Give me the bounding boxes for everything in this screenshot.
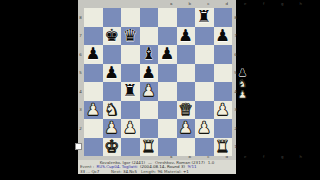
- white-pawn: ♟: [197, 119, 212, 138]
- file-label-c: c: [199, 1, 218, 7]
- square-c7: ♛: [121, 27, 140, 46]
- square-c4: ♜: [121, 82, 140, 101]
- square-h3: ♟: [214, 101, 233, 120]
- white-pawn: ♟: [104, 119, 119, 138]
- rank-label-2: 2: [78, 119, 83, 138]
- rank-label-2: 2: [233, 119, 238, 138]
- square-b8: [103, 8, 122, 27]
- square-f4: [177, 82, 196, 101]
- white-to-move-indicator: [75, 143, 82, 150]
- square-h8: [214, 8, 233, 27]
- square-c1: [121, 138, 140, 157]
- black-rook: ♜: [197, 8, 212, 27]
- square-a1: [84, 138, 103, 157]
- square-a5: [84, 64, 103, 83]
- square-c6: [121, 45, 140, 64]
- material-group: Material: +1: [164, 169, 189, 174]
- square-a4: [84, 82, 103, 101]
- square-f5: [177, 64, 196, 83]
- rank-label-6: 6: [233, 45, 238, 64]
- square-a6: ♟: [84, 45, 103, 64]
- square-e1: [158, 138, 177, 157]
- black-pawn: ♟: [215, 27, 230, 46]
- length-group: Length: 96: [141, 169, 164, 174]
- file-label-g: g: [273, 1, 292, 7]
- game-info-footer: Kovalenko, Igor (2441) — Oreshkov, Roman…: [78, 160, 236, 174]
- black-pawn: ♟: [141, 64, 156, 83]
- file-label-h: h: [292, 1, 311, 7]
- rank-label-3: 3: [233, 101, 238, 120]
- material-tray: ♟♞♟: [236, 67, 249, 100]
- next-move: 34.Nc5: [123, 169, 137, 174]
- square-h5: [214, 64, 233, 83]
- square-h1: ♜: [214, 138, 233, 157]
- square-d7: [140, 27, 159, 46]
- square-h6: [214, 45, 233, 64]
- length-value: 96: [157, 169, 162, 174]
- white-pawn: ♟: [215, 101, 230, 120]
- rank-labels-left: 87654321: [78, 8, 83, 156]
- square-b5: ♟: [103, 64, 122, 83]
- square-g7: [195, 27, 214, 46]
- file-label-e: e: [236, 154, 255, 160]
- rank-label-7: 7: [78, 27, 83, 46]
- square-e4: [158, 82, 177, 101]
- square-b2: ♟: [103, 119, 122, 138]
- square-c8: [121, 8, 140, 27]
- square-g8: ♜: [195, 8, 214, 27]
- square-c5: [121, 64, 140, 83]
- square-e5: [158, 64, 177, 83]
- square-b7: ♚: [103, 27, 122, 46]
- square-e6: ♟: [158, 45, 177, 64]
- square-b1: ♚: [103, 138, 122, 157]
- square-h4: [214, 82, 233, 101]
- rank-label-5: 5: [78, 64, 83, 83]
- white-pawn: ♟: [86, 101, 101, 120]
- white-pawn: ♟: [141, 82, 156, 101]
- square-d4: ♟: [140, 82, 159, 101]
- white-pawn-material: ♟: [238, 89, 247, 100]
- file-label-d: d: [218, 1, 237, 7]
- square-b3: ♞: [103, 101, 122, 120]
- move-info-line: 33 ... Qc7 Next: 34.Nc5 Length: 96 Mater…: [78, 169, 236, 174]
- rank-label-8: 8: [78, 8, 83, 27]
- square-c2: ♟: [121, 119, 140, 138]
- black-queen: ♛: [123, 27, 138, 46]
- white-pawn: ♟: [178, 119, 193, 138]
- square-d6: ♝: [140, 45, 159, 64]
- square-e8: [158, 8, 177, 27]
- file-labels-top: abcdefgh: [162, 1, 310, 7]
- square-e3: [158, 101, 177, 120]
- square-f3: ♛: [177, 101, 196, 120]
- file-label-h: h: [292, 154, 311, 160]
- white-pawn: ♟: [123, 119, 138, 138]
- rank-label-6: 6: [78, 45, 83, 64]
- square-d5: ♟: [140, 64, 159, 83]
- rank-label-4: 4: [78, 82, 83, 101]
- rank-label-1: 1: [233, 138, 238, 157]
- next-move-group: Next: 34.Nc5: [111, 169, 141, 174]
- file-label-b: b: [181, 1, 200, 7]
- square-a8: [84, 8, 103, 27]
- white-queen: ♛: [178, 101, 193, 120]
- square-h2: [214, 119, 233, 138]
- square-g1: [195, 138, 214, 157]
- square-g6: [195, 45, 214, 64]
- square-g2: ♟: [195, 119, 214, 138]
- rank-label-3: 3: [78, 101, 83, 120]
- square-d3: [140, 101, 159, 120]
- white-king: ♚: [104, 138, 119, 157]
- square-d8: [140, 8, 159, 27]
- file-label-a: a: [162, 1, 181, 7]
- square-a3: ♟: [84, 101, 103, 120]
- chess-board: ♜♚♛♟♟♟♝♟♟♟♜♟♟♞♛♟♟♟♟♟♚♜♜: [84, 8, 232, 156]
- square-e7: [158, 27, 177, 46]
- black-pawn: ♟: [86, 45, 101, 64]
- white-knight: ♞: [104, 101, 119, 120]
- square-f7: ♟: [177, 27, 196, 46]
- square-a7: [84, 27, 103, 46]
- game-result: 1-0: [208, 160, 215, 165]
- square-h7: ♟: [214, 27, 233, 46]
- black-bishop: ♝: [141, 45, 156, 64]
- square-e2: [158, 119, 177, 138]
- video-frame: abcdefgh abcdefgh 87654321 87654321 ♜♚♛♟…: [0, 0, 320, 180]
- square-d1: ♜: [140, 138, 159, 157]
- square-f8: [177, 8, 196, 27]
- material-value: +1: [183, 169, 189, 174]
- black-pawn: ♟: [104, 64, 119, 83]
- square-g3: [195, 101, 214, 120]
- file-label-e: e: [236, 1, 255, 7]
- square-c3: [121, 101, 140, 120]
- file-label-f: f: [255, 1, 274, 7]
- white-rook: ♜: [215, 138, 230, 157]
- square-g5: [195, 64, 214, 83]
- square-a2: [84, 119, 103, 138]
- rank-label-8: 8: [233, 8, 238, 27]
- rank-label-7: 7: [233, 27, 238, 46]
- file-label-f: f: [255, 154, 274, 160]
- square-f6: [177, 45, 196, 64]
- square-f2: ♟: [177, 119, 196, 138]
- last-move: 33 ... Qc7: [80, 169, 111, 174]
- black-pawn: ♟: [178, 27, 193, 46]
- game-number: 9/11: [187, 165, 196, 170]
- square-d2: [140, 119, 159, 138]
- square-b6: [103, 45, 122, 64]
- square-g4: [195, 82, 214, 101]
- black-king: ♚: [104, 27, 119, 46]
- black-rook: ♜: [123, 82, 138, 101]
- square-f1: [177, 138, 196, 157]
- black-pawn: ♟: [160, 45, 175, 64]
- white-rook: ♜: [141, 138, 156, 157]
- file-label-g: g: [273, 154, 292, 160]
- square-b4: [103, 82, 122, 101]
